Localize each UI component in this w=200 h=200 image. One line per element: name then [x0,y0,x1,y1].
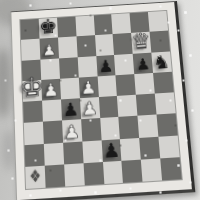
white-pawn[interactable]: ♟ [63,122,80,141]
square-g1[interactable] [141,158,162,181]
square-d2[interactable] [82,140,103,163]
square-c2[interactable] [63,141,83,164]
square-d7[interactable] [76,35,96,56]
square-h4[interactable] [155,92,176,114]
square-f7[interactable] [113,33,133,54]
square-a5[interactable]: ♚ [22,80,42,102]
board-surface: ♚♟♛♟♟♞♚♟♟♟♟♟♟❖ [10,1,195,200]
square-a4[interactable] [23,101,43,123]
square-e5[interactable] [97,75,117,97]
square-f3[interactable] [119,116,140,139]
square-h3[interactable] [157,114,178,137]
black-pawn[interactable]: ♟ [62,101,79,120]
square-b7[interactable]: ♟ [39,38,58,59]
square-g4[interactable] [136,94,157,116]
chessboard-photo: ♚♟♛♟♟♞♚♟♟♟♟♟♟❖ [0,0,200,200]
square-d1[interactable] [83,162,104,186]
square-a8[interactable] [20,19,39,40]
square-c8[interactable] [57,17,76,38]
square-c5[interactable] [60,77,80,99]
square-b2[interactable] [44,142,64,165]
black-king[interactable]: ♚ [39,17,58,38]
square-e2[interactable]: ♟ [101,139,122,162]
square-c3[interactable]: ♟ [62,119,82,142]
square-g2[interactable] [139,136,160,159]
square-h6[interactable]: ♞ [151,51,171,73]
square-f4[interactable] [117,95,137,117]
board-grid: ♚♟♛♟♟♞♚♟♟♟♟♟♟❖ [19,10,182,190]
square-b3[interactable] [43,121,63,144]
square-f8[interactable] [112,13,132,34]
grain-specks [0,0,1,1]
square-g5[interactable] [134,73,154,95]
square-d3[interactable] [81,118,101,141]
square-f6[interactable] [114,53,134,75]
white-pawn[interactable]: ♟ [81,99,98,118]
square-f2[interactable] [120,137,141,160]
square-a3[interactable] [24,122,44,145]
square-e8[interactable] [93,14,113,35]
square-d8[interactable] [75,15,94,36]
square-d6[interactable] [77,56,97,78]
white-queen[interactable]: ♛ [131,30,152,52]
white-pawn[interactable]: ♟ [80,78,97,97]
square-e3[interactable] [100,117,120,140]
square-a1[interactable]: ❖ [25,165,45,189]
corner-stamp-ornament: ❖ [30,168,42,186]
square-g7[interactable]: ♛ [131,32,151,53]
square-g6[interactable]: ♟ [133,52,153,74]
square-d4[interactable]: ♟ [80,97,100,119]
square-h1[interactable] [160,157,181,180]
black-pawn[interactable]: ♟ [98,58,114,75]
white-king[interactable]: ♚ [20,73,45,101]
square-b8[interactable]: ♚ [39,18,58,39]
square-f5[interactable] [116,74,136,96]
square-h5[interactable] [153,71,174,93]
square-a2[interactable] [25,143,45,166]
square-h8[interactable] [148,11,168,32]
square-b5[interactable]: ♟ [41,79,61,101]
black-knight[interactable]: ♞ [152,52,170,71]
black-pawn[interactable]: ♟ [135,56,150,72]
square-c7[interactable] [58,37,78,58]
black-pawn[interactable]: ♟ [102,140,121,161]
square-d5[interactable]: ♟ [78,76,98,98]
white-pawn[interactable]: ♟ [42,42,57,58]
white-pawn[interactable]: ♟ [43,81,60,100]
square-b1[interactable] [45,164,65,188]
square-b4[interactable] [42,99,62,121]
square-c1[interactable] [64,163,85,187]
square-e7[interactable] [95,34,115,55]
square-h2[interactable] [158,135,179,158]
square-f1[interactable] [122,159,143,182]
chessboard: ♚♟♛♟♟♞♚♟♟♟♟♟♟❖ [7,0,192,200]
square-h7[interactable] [150,31,170,52]
square-g3[interactable] [138,115,159,138]
square-c4[interactable]: ♟ [61,98,81,120]
square-e4[interactable] [98,96,118,118]
square-a7[interactable] [21,39,40,60]
square-e6[interactable]: ♟ [96,54,116,76]
dust-speckles [0,0,1,1]
square-c6[interactable] [59,57,79,79]
square-e1[interactable] [102,161,123,184]
